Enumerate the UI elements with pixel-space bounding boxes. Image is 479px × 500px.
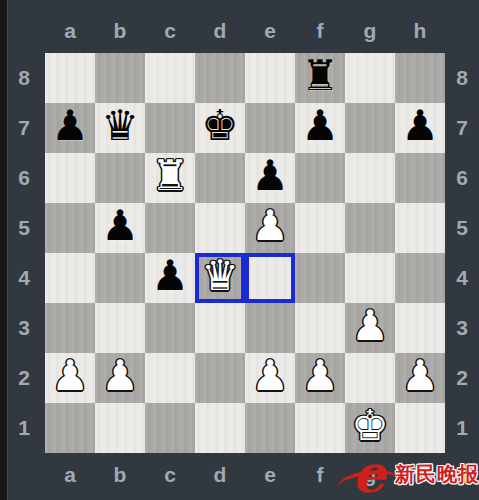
chess-app-screen: abcdefgh 87654321 87654321 abcdefgh ♜♟♛♚… [0,0,479,500]
piece-black-pawn: ♟ [101,201,139,251]
square-a1[interactable] [45,403,95,453]
square-c8[interactable] [145,53,195,103]
rank-label-right-7: 7 [446,103,478,153]
piece-white-pawn: ♟ [351,301,389,351]
square-b4[interactable] [95,253,145,303]
square-g3[interactable]: ♟ [345,303,395,353]
window-edge-strip [0,0,8,500]
square-g6[interactable] [345,153,395,203]
rank-label-right-5: 5 [446,203,478,253]
square-h6[interactable] [395,153,445,203]
square-c7[interactable] [145,103,195,153]
square-b6[interactable] [95,153,145,203]
square-h4[interactable] [395,253,445,303]
square-c2[interactable] [145,353,195,403]
square-d6[interactable] [195,153,245,203]
piece-white-pawn: ♟ [251,201,289,251]
square-e8[interactable] [245,53,295,103]
rank-label-left-7: 7 [8,103,40,153]
file-label-bottom-d: d [195,458,245,492]
piece-black-rook: ♜ [301,51,339,101]
square-a8[interactable] [45,53,95,103]
file-label-bottom-c: c [145,458,195,492]
file-label-bottom-e: e [245,458,295,492]
square-a3[interactable] [45,303,95,353]
square-d4[interactable]: ♛ [195,253,245,303]
file-label-bottom-b: b [95,458,145,492]
square-c6[interactable]: ♜ [145,153,195,203]
rank-label-left-3: 3 [8,303,40,353]
piece-black-pawn: ♟ [151,251,189,301]
square-e1[interactable] [245,403,295,453]
file-label-top-h: h [395,14,445,48]
square-h7[interactable]: ♟ [395,103,445,153]
rank-label-right-8: 8 [446,53,478,103]
rank-label-left-8: 8 [8,53,40,103]
square-g5[interactable] [345,203,395,253]
rank-labels-right: 87654321 [446,53,478,453]
square-b8[interactable] [95,53,145,103]
square-f2[interactable]: ♟ [295,353,345,403]
square-e3[interactable] [245,303,295,353]
brand-text: 新民晚报 [395,461,479,488]
square-b5[interactable]: ♟ [95,203,145,253]
piece-black-pawn: ♟ [251,151,289,201]
square-d1[interactable] [195,403,245,453]
rank-label-left-4: 4 [8,253,40,303]
square-e5[interactable]: ♟ [245,203,295,253]
file-label-bottom-a: a [45,458,95,492]
square-f3[interactable] [295,303,345,353]
square-a7[interactable]: ♟ [45,103,95,153]
piece-white-pawn: ♟ [51,351,89,401]
brand-logo: e 新民晚报 [343,449,479,500]
square-e6[interactable]: ♟ [245,153,295,203]
piece-black-pawn: ♟ [301,101,339,151]
square-f5[interactable] [295,203,345,253]
square-c1[interactable] [145,403,195,453]
piece-white-pawn: ♟ [101,351,139,401]
square-h5[interactable] [395,203,445,253]
square-h1[interactable] [395,403,445,453]
piece-white-rook: ♜ [151,151,189,201]
square-g4[interactable] [345,253,395,303]
square-a2[interactable]: ♟ [45,353,95,403]
rank-label-left-6: 6 [8,153,40,203]
square-g8[interactable] [345,53,395,103]
file-label-top-g: g [345,14,395,48]
piece-black-king: ♚ [201,101,239,151]
square-e2[interactable]: ♟ [245,353,295,403]
square-h3[interactable] [395,303,445,353]
square-g2[interactable] [345,353,395,403]
file-labels-top: abcdefgh [45,14,445,48]
square-d8[interactable] [195,53,245,103]
piece-white-pawn: ♟ [401,351,439,401]
square-c4[interactable]: ♟ [145,253,195,303]
file-label-top-e: e [245,14,295,48]
piece-white-queen: ♛ [201,251,239,301]
rank-label-left-2: 2 [8,353,40,403]
square-h2[interactable]: ♟ [395,353,445,403]
square-b2[interactable]: ♟ [95,353,145,403]
piece-black-queen: ♛ [101,101,139,151]
file-label-top-f: f [295,14,345,48]
rank-label-left-1: 1 [8,403,40,453]
square-b3[interactable] [95,303,145,353]
chess-board: ♜♟♛♚♟♟♜♟♟♟♟♛♟♟♟♟♟♟♚ [45,53,445,453]
piece-black-pawn: ♟ [51,101,89,151]
file-label-top-a: a [45,14,95,48]
square-d3[interactable] [195,303,245,353]
square-f1[interactable] [295,403,345,453]
square-d5[interactable] [195,203,245,253]
square-b1[interactable] [95,403,145,453]
rank-label-left-5: 5 [8,203,40,253]
square-c5[interactable] [145,203,195,253]
file-label-top-c: c [145,14,195,48]
square-h8[interactable] [395,53,445,103]
square-d2[interactable] [195,353,245,403]
square-f7[interactable]: ♟ [295,103,345,153]
square-a6[interactable] [45,153,95,203]
file-label-top-b: b [95,14,145,48]
rank-label-right-1: 1 [446,403,478,453]
square-f8[interactable]: ♜ [295,53,345,103]
square-a4[interactable] [45,253,95,303]
square-f6[interactable] [295,153,345,203]
square-b7[interactable]: ♛ [95,103,145,153]
square-d7[interactable]: ♚ [195,103,245,153]
file-label-top-d: d [195,14,245,48]
square-a5[interactable] [45,203,95,253]
square-f4[interactable] [295,253,345,303]
rank-label-right-4: 4 [446,253,478,303]
rank-label-right-6: 6 [446,153,478,203]
square-g7[interactable] [345,103,395,153]
square-e4[interactable] [245,253,295,303]
brand-e-icon: e [343,449,395,500]
rank-label-right-3: 3 [446,303,478,353]
square-e7[interactable] [245,103,295,153]
rank-labels-left: 87654321 [8,53,40,453]
piece-white-pawn: ♟ [251,351,289,401]
piece-black-pawn: ♟ [401,101,439,151]
piece-white-pawn: ♟ [301,351,339,401]
rank-label-right-2: 2 [446,353,478,403]
square-c3[interactable] [145,303,195,353]
